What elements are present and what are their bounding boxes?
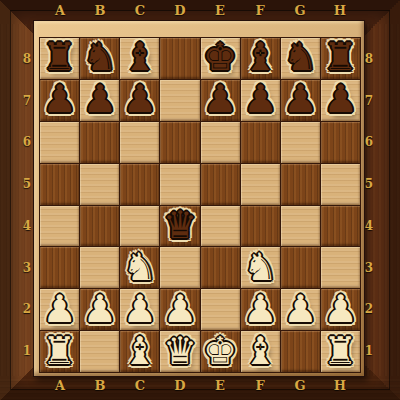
- file-label-bottom-d: D: [160, 375, 200, 395]
- square-c5[interactable]: [120, 164, 159, 205]
- black-knight-b8[interactable]: ♞: [83, 38, 117, 76]
- black-pawn-f7[interactable]: ♟: [243, 80, 277, 118]
- square-c8[interactable]: ♝: [120, 38, 159, 79]
- file-label-top-e: E: [200, 0, 240, 20]
- square-f4[interactable]: [241, 206, 280, 247]
- white-knight-f3[interactable]: ♞: [243, 248, 277, 286]
- square-b7[interactable]: ♟: [80, 80, 119, 121]
- square-h1[interactable]: ♜: [321, 331, 360, 372]
- square-a1[interactable]: ♜: [40, 331, 79, 372]
- file-label-top-a: A: [40, 0, 80, 20]
- square-f6[interactable]: [241, 122, 280, 163]
- square-g3[interactable]: [281, 247, 320, 288]
- square-e3[interactable]: [201, 247, 240, 288]
- file-label-top-b: B: [80, 0, 120, 20]
- square-h2[interactable]: ♟: [321, 289, 360, 330]
- square-c4[interactable]: [120, 206, 159, 247]
- square-a2[interactable]: ♟: [40, 289, 79, 330]
- square-a4[interactable]: [40, 206, 79, 247]
- file-label-bottom-c: C: [120, 375, 160, 395]
- square-b1[interactable]: [80, 331, 119, 372]
- rank-label-right-8: 8: [358, 38, 380, 80]
- rank-label-left-3: 3: [16, 247, 38, 289]
- square-g8[interactable]: ♞: [281, 38, 320, 79]
- square-a8[interactable]: ♜: [40, 38, 79, 79]
- rank-label-right-1: 1: [358, 330, 380, 372]
- white-pawn-f2[interactable]: ♟: [243, 290, 277, 328]
- white-pawn-g2[interactable]: ♟: [283, 290, 317, 328]
- square-h7[interactable]: ♟: [321, 80, 360, 121]
- rank-label-right-2: 2: [358, 289, 380, 331]
- square-b5[interactable]: [80, 164, 119, 205]
- black-pawn-b7[interactable]: ♟: [83, 80, 117, 118]
- square-c3[interactable]: ♞: [120, 247, 159, 288]
- square-g1[interactable]: [281, 331, 320, 372]
- rank-label-left-6: 6: [16, 122, 38, 164]
- file-label-top-h: H: [320, 0, 360, 20]
- square-f1[interactable]: ♝: [241, 331, 280, 372]
- rank-label-right-6: 6: [358, 122, 380, 164]
- square-g7[interactable]: ♟: [281, 80, 320, 121]
- rank-label-left-5: 5: [16, 163, 38, 205]
- square-d7[interactable]: [160, 80, 199, 121]
- rank-label-left-4: 4: [16, 205, 38, 247]
- square-e1[interactable]: ♚: [201, 331, 240, 372]
- file-label-bottom-a: A: [40, 375, 80, 395]
- rank-label-left-8: 8: [16, 38, 38, 80]
- black-pawn-g7[interactable]: ♟: [283, 80, 317, 118]
- black-bishop-f8[interactable]: ♝: [243, 38, 277, 76]
- black-king-e8[interactable]: ♚: [203, 38, 237, 76]
- square-e8[interactable]: ♚: [201, 38, 240, 79]
- square-c7[interactable]: ♟: [120, 80, 159, 121]
- square-b8[interactable]: ♞: [80, 38, 119, 79]
- square-d1[interactable]: ♛: [160, 331, 199, 372]
- white-rook-h1[interactable]: ♜: [323, 332, 357, 370]
- square-f8[interactable]: ♝: [241, 38, 280, 79]
- square-d5[interactable]: [160, 164, 199, 205]
- file-label-bottom-e: E: [200, 375, 240, 395]
- white-pawn-b2[interactable]: ♟: [83, 290, 117, 328]
- file-label-bottom-g: G: [280, 375, 320, 395]
- black-pawn-e7[interactable]: ♟: [203, 80, 237, 118]
- rank-label-right-3: 3: [358, 247, 380, 289]
- square-b6[interactable]: [80, 122, 119, 163]
- file-label-top-g: G: [280, 0, 320, 20]
- square-d8[interactable]: [160, 38, 199, 79]
- white-king-e1[interactable]: ♚: [203, 332, 237, 370]
- square-g6[interactable]: [281, 122, 320, 163]
- white-bishop-f1[interactable]: ♝: [243, 332, 277, 370]
- file-label-top-d: D: [160, 0, 200, 20]
- black-queen-d4[interactable]: ♛: [163, 206, 197, 244]
- square-e7[interactable]: ♟: [201, 80, 240, 121]
- square-f7[interactable]: ♟: [241, 80, 280, 121]
- black-pawn-a7[interactable]: ♟: [43, 80, 77, 118]
- square-h5[interactable]: [321, 164, 360, 205]
- black-pawn-c7[interactable]: ♟: [123, 80, 157, 118]
- rank-label-left-2: 2: [16, 289, 38, 331]
- board-squares: ♜♞♝♚♝♞♜♟♟♟♟♟♟♟♛♞♞♟♟♟♟♟♟♟♜♝♛♚♝♜: [39, 37, 361, 373]
- white-pawn-c2[interactable]: ♟: [123, 290, 157, 328]
- square-a3[interactable]: [40, 247, 79, 288]
- black-knight-g8[interactable]: ♞: [283, 38, 317, 76]
- square-h6[interactable]: [321, 122, 360, 163]
- file-label-bottom-f: F: [240, 375, 280, 395]
- square-e4[interactable]: [201, 206, 240, 247]
- black-pawn-h7[interactable]: ♟: [323, 80, 357, 118]
- square-b4[interactable]: [80, 206, 119, 247]
- rank-label-right-7: 7: [358, 80, 380, 122]
- square-f2[interactable]: ♟: [241, 289, 280, 330]
- square-b3[interactable]: [80, 247, 119, 288]
- square-c1[interactable]: ♝: [120, 331, 159, 372]
- square-e5[interactable]: [201, 164, 240, 205]
- file-label-top-f: F: [240, 0, 280, 20]
- white-bishop-c1[interactable]: ♝: [123, 332, 157, 370]
- square-e2[interactable]: [201, 289, 240, 330]
- square-a5[interactable]: [40, 164, 79, 205]
- white-pawn-a2[interactable]: ♟: [43, 290, 77, 328]
- square-a7[interactable]: ♟: [40, 80, 79, 121]
- black-rook-h8[interactable]: ♜: [323, 38, 357, 76]
- square-b2[interactable]: ♟: [80, 289, 119, 330]
- rank-label-left-1: 1: [16, 330, 38, 372]
- square-g2[interactable]: ♟: [281, 289, 320, 330]
- rank-label-right-4: 4: [358, 205, 380, 247]
- rank-label-right-5: 5: [358, 163, 380, 205]
- white-queen-d1[interactable]: ♛: [163, 332, 197, 370]
- white-rook-a1[interactable]: ♜: [43, 332, 77, 370]
- square-h3[interactable]: [321, 247, 360, 288]
- square-d6[interactable]: [160, 122, 199, 163]
- square-g4[interactable]: [281, 206, 320, 247]
- white-pawn-d2[interactable]: ♟: [163, 290, 197, 328]
- square-c2[interactable]: ♟: [120, 289, 159, 330]
- square-e6[interactable]: [201, 122, 240, 163]
- chess-board-screen: ♜♞♝♚♝♞♜♟♟♟♟♟♟♟♛♞♞♟♟♟♟♟♟♟♜♝♛♚♝♜ AABBCCDDE…: [0, 0, 400, 400]
- black-rook-a8[interactable]: ♜: [43, 38, 77, 76]
- file-label-top-c: C: [120, 0, 160, 20]
- square-d2[interactable]: ♟: [160, 289, 199, 330]
- white-pawn-h2[interactable]: ♟: [323, 290, 357, 328]
- white-knight-c3[interactable]: ♞: [123, 248, 157, 286]
- square-h8[interactable]: ♜: [321, 38, 360, 79]
- square-d3[interactable]: [160, 247, 199, 288]
- square-c6[interactable]: [120, 122, 159, 163]
- square-d4[interactable]: ♛: [160, 206, 199, 247]
- square-f5[interactable]: [241, 164, 280, 205]
- square-h4[interactable]: [321, 206, 360, 247]
- black-bishop-c8[interactable]: ♝: [123, 38, 157, 76]
- rank-label-left-7: 7: [16, 80, 38, 122]
- square-g5[interactable]: [281, 164, 320, 205]
- square-f3[interactable]: ♞: [241, 247, 280, 288]
- file-label-bottom-h: H: [320, 375, 360, 395]
- file-label-bottom-b: B: [80, 375, 120, 395]
- square-a6[interactable]: [40, 122, 79, 163]
